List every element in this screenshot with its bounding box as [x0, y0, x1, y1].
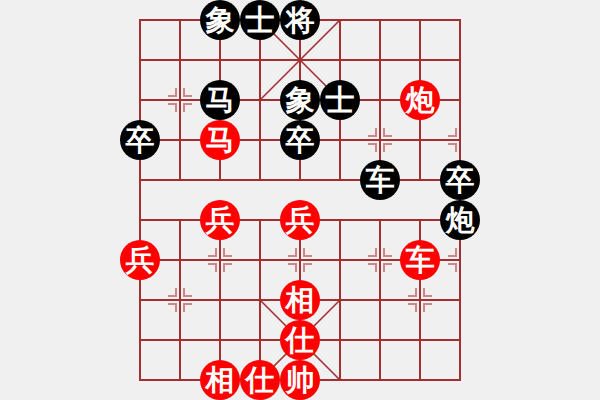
black-chariot[interactable]: 车 [360, 160, 400, 200]
black-elephant[interactable]: 象 [280, 80, 320, 120]
black-soldier[interactable]: 卒 [280, 120, 320, 160]
xiangqi-diagram: 象士将马象士卒卒车卒炮炮马兵兵兵车相仕相仕帅 [0, 0, 600, 400]
black-advisor[interactable]: 士 [320, 80, 360, 120]
red-soldier[interactable]: 兵 [200, 200, 240, 240]
red-soldier[interactable]: 兵 [120, 240, 160, 280]
red-horse[interactable]: 马 [200, 120, 240, 160]
red-advisor[interactable]: 仕 [280, 320, 320, 360]
red-general[interactable]: 帅 [280, 360, 320, 400]
black-elephant[interactable]: 象 [200, 0, 240, 40]
red-advisor[interactable]: 仕 [240, 360, 280, 400]
red-elephant[interactable]: 相 [200, 360, 240, 400]
black-horse[interactable]: 马 [200, 80, 240, 120]
red-soldier[interactable]: 兵 [280, 200, 320, 240]
board: 象士将马象士卒卒车卒炮炮马兵兵兵车相仕相仕帅 [140, 20, 460, 380]
black-soldier[interactable]: 卒 [440, 160, 480, 200]
black-general[interactable]: 将 [280, 0, 320, 40]
black-cannon[interactable]: 炮 [440, 200, 480, 240]
red-chariot[interactable]: 车 [400, 240, 440, 280]
red-elephant[interactable]: 相 [280, 280, 320, 320]
red-cannon[interactable]: 炮 [400, 80, 440, 120]
black-soldier[interactable]: 卒 [120, 120, 160, 160]
black-advisor[interactable]: 士 [240, 0, 280, 40]
pieces-grid: 象士将马象士卒卒车卒炮炮马兵兵兵车相仕相仕帅 [120, 0, 480, 400]
